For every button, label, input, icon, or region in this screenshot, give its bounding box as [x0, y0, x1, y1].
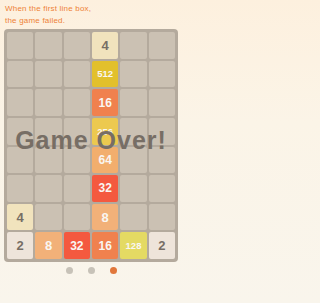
pagination-dots — [0, 267, 182, 274]
tile-2: 2 — [149, 232, 175, 259]
empty-cell — [64, 204, 90, 231]
pagination-dot-active[interactable] — [110, 267, 117, 274]
pagination-dot[interactable] — [66, 267, 73, 274]
empty-cell — [7, 175, 33, 202]
empty-cell — [35, 118, 61, 145]
empty-cell — [120, 118, 146, 145]
empty-cell — [35, 89, 61, 116]
empty-cell — [7, 147, 33, 174]
tile-2: 2 — [7, 232, 33, 259]
empty-cell — [149, 32, 175, 59]
empty-cell — [120, 204, 146, 231]
empty-cell — [120, 89, 146, 116]
board-grid: 4512162566432482832161282 — [7, 32, 175, 259]
empty-cell — [7, 118, 33, 145]
empty-cell — [64, 147, 90, 174]
caption: When the first line box, the game failed… — [5, 3, 178, 27]
caption-line-1: When the first line box, — [5, 3, 178, 15]
tile-8: 8 — [35, 232, 61, 259]
empty-cell — [149, 204, 175, 231]
caption-line-2: the game failed. — [5, 15, 178, 27]
empty-cell — [120, 147, 146, 174]
empty-cell — [120, 32, 146, 59]
empty-cell — [7, 89, 33, 116]
empty-cell — [64, 32, 90, 59]
empty-cell — [120, 61, 146, 88]
tile-128: 128 — [120, 232, 146, 259]
empty-cell — [149, 61, 175, 88]
empty-cell — [149, 147, 175, 174]
tile-512: 512 — [92, 61, 118, 88]
empty-cell — [120, 175, 146, 202]
tile-16: 16 — [92, 232, 118, 259]
empty-cell — [64, 89, 90, 116]
tile-4: 4 — [7, 204, 33, 231]
tile-32: 32 — [64, 232, 90, 259]
empty-cell — [64, 175, 90, 202]
empty-cell — [64, 61, 90, 88]
empty-cell — [35, 175, 61, 202]
pagination-dot[interactable] — [88, 267, 95, 274]
tile-4: 4 — [92, 32, 118, 59]
empty-cell — [149, 175, 175, 202]
empty-cell — [7, 32, 33, 59]
empty-cell — [149, 118, 175, 145]
game-board[interactable]: 4512162566432482832161282 — [4, 29, 178, 262]
empty-cell — [149, 89, 175, 116]
empty-cell — [35, 61, 61, 88]
empty-cell — [64, 118, 90, 145]
tile-8: 8 — [92, 204, 118, 231]
tile-64: 64 — [92, 147, 118, 174]
empty-cell — [35, 32, 61, 59]
empty-cell — [7, 61, 33, 88]
empty-cell — [35, 147, 61, 174]
empty-cell — [35, 204, 61, 231]
tile-256: 256 — [92, 118, 118, 145]
tile-16: 16 — [92, 89, 118, 116]
tile-32: 32 — [92, 175, 118, 202]
